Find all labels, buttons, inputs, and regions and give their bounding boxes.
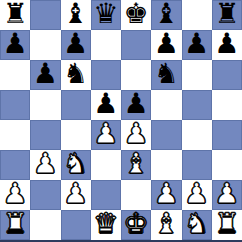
square-d8[interactable]: ♛ <box>91 0 121 30</box>
piece-white-pawn[interactable]: ♟ <box>33 150 58 178</box>
piece-white-pawn[interactable]: ♟ <box>184 180 209 208</box>
square-e4[interactable]: ♟ <box>121 120 151 150</box>
square-b5[interactable] <box>30 90 60 120</box>
square-c5[interactable] <box>61 90 91 120</box>
square-d3[interactable] <box>91 150 121 180</box>
square-a4[interactable] <box>0 120 30 150</box>
piece-white-pawn[interactable]: ♟ <box>3 180 28 208</box>
piece-white-pawn[interactable]: ♟ <box>124 120 149 148</box>
square-a3[interactable] <box>0 150 30 180</box>
square-a5[interactable] <box>0 90 30 120</box>
square-g1[interactable]: ♞ <box>182 210 212 240</box>
square-d2[interactable] <box>91 180 121 210</box>
piece-black-bishop[interactable]: ♝ <box>154 0 179 28</box>
piece-black-queen[interactable]: ♛ <box>93 0 118 28</box>
square-a1[interactable]: ♜ <box>0 210 30 240</box>
square-b7[interactable] <box>30 30 60 60</box>
piece-black-pawn[interactable]: ♟ <box>63 30 88 58</box>
square-b1[interactable] <box>30 210 60 240</box>
square-e8[interactable]: ♚ <box>121 0 151 30</box>
square-e1[interactable]: ♚ <box>121 210 151 240</box>
piece-black-pawn[interactable]: ♟ <box>184 30 209 58</box>
piece-black-pawn[interactable]: ♟ <box>3 30 28 58</box>
square-c1[interactable] <box>61 210 91 240</box>
piece-white-pawn[interactable]: ♟ <box>214 180 239 208</box>
piece-white-rook[interactable]: ♜ <box>3 210 28 238</box>
square-h4[interactable] <box>212 120 242 150</box>
square-d4[interactable]: ♟ <box>91 120 121 150</box>
square-f8[interactable]: ♝ <box>151 0 181 30</box>
square-e2[interactable] <box>121 180 151 210</box>
square-h6[interactable] <box>212 60 242 90</box>
square-g2[interactable]: ♟ <box>182 180 212 210</box>
square-g6[interactable] <box>182 60 212 90</box>
square-e5[interactable]: ♟ <box>121 90 151 120</box>
piece-black-king[interactable]: ♚ <box>124 0 149 28</box>
chess-board: ♜♝♛♚♝♜♟♟♟♟♟♟♞♞♟♟♟♟♟♞♝♟♟♟♟♟♜♛♚♝♞♜ <box>0 0 242 242</box>
piece-white-rook[interactable]: ♜ <box>214 210 239 238</box>
piece-black-pawn[interactable]: ♟ <box>214 30 239 58</box>
square-a7[interactable]: ♟ <box>0 30 30 60</box>
piece-white-knight[interactable]: ♞ <box>184 210 209 238</box>
square-f2[interactable]: ♟ <box>151 180 181 210</box>
piece-black-knight[interactable]: ♞ <box>154 60 179 88</box>
piece-black-pawn[interactable]: ♟ <box>154 30 179 58</box>
piece-white-pawn[interactable]: ♟ <box>93 120 118 148</box>
square-f1[interactable]: ♝ <box>151 210 181 240</box>
piece-black-rook[interactable]: ♜ <box>214 0 239 28</box>
square-d5[interactable]: ♟ <box>91 90 121 120</box>
square-f4[interactable] <box>151 120 181 150</box>
piece-black-pawn[interactable]: ♟ <box>124 90 149 118</box>
square-e3[interactable]: ♝ <box>121 150 151 180</box>
square-c6[interactable]: ♞ <box>61 60 91 90</box>
piece-black-pawn[interactable]: ♟ <box>93 90 118 118</box>
square-g3[interactable] <box>182 150 212 180</box>
piece-white-bishop[interactable]: ♝ <box>124 150 149 178</box>
piece-white-king[interactable]: ♚ <box>124 210 149 238</box>
piece-white-queen[interactable]: ♛ <box>93 210 118 238</box>
piece-white-knight[interactable]: ♞ <box>63 150 88 178</box>
square-d6[interactable] <box>91 60 121 90</box>
piece-black-bishop[interactable]: ♝ <box>63 0 88 28</box>
square-f7[interactable]: ♟ <box>151 30 181 60</box>
square-a2[interactable]: ♟ <box>0 180 30 210</box>
piece-white-bishop[interactable]: ♝ <box>154 210 179 238</box>
square-c2[interactable]: ♟ <box>61 180 91 210</box>
piece-white-pawn[interactable]: ♟ <box>154 180 179 208</box>
square-b2[interactable] <box>30 180 60 210</box>
square-a8[interactable]: ♜ <box>0 0 30 30</box>
piece-black-pawn[interactable]: ♟ <box>33 60 58 88</box>
square-h5[interactable] <box>212 90 242 120</box>
square-b8[interactable] <box>30 0 60 30</box>
square-h2[interactable]: ♟ <box>212 180 242 210</box>
square-g8[interactable] <box>182 0 212 30</box>
square-e6[interactable] <box>121 60 151 90</box>
square-g5[interactable] <box>182 90 212 120</box>
square-f6[interactable]: ♞ <box>151 60 181 90</box>
square-b4[interactable] <box>30 120 60 150</box>
piece-black-rook[interactable]: ♜ <box>3 0 28 28</box>
square-h1[interactable]: ♜ <box>212 210 242 240</box>
square-a6[interactable] <box>0 60 30 90</box>
square-f3[interactable] <box>151 150 181 180</box>
square-h8[interactable]: ♜ <box>212 0 242 30</box>
piece-black-knight[interactable]: ♞ <box>63 60 88 88</box>
piece-white-pawn[interactable]: ♟ <box>63 180 88 208</box>
square-e7[interactable] <box>121 30 151 60</box>
square-c4[interactable] <box>61 120 91 150</box>
square-d7[interactable] <box>91 30 121 60</box>
square-g7[interactable]: ♟ <box>182 30 212 60</box>
square-d1[interactable]: ♛ <box>91 210 121 240</box>
square-c8[interactable]: ♝ <box>61 0 91 30</box>
square-f5[interactable] <box>151 90 181 120</box>
square-b3[interactable]: ♟ <box>30 150 60 180</box>
square-h7[interactable]: ♟ <box>212 30 242 60</box>
square-h3[interactable] <box>212 150 242 180</box>
square-c7[interactable]: ♟ <box>61 30 91 60</box>
square-g4[interactable] <box>182 120 212 150</box>
square-c3[interactable]: ♞ <box>61 150 91 180</box>
square-b6[interactable]: ♟ <box>30 60 60 90</box>
